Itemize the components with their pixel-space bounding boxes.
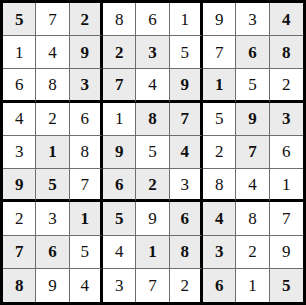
cell-r3c4[interactable]: 7 — [103, 69, 136, 102]
cell-r8c7[interactable]: 3 — [203, 236, 236, 269]
cell-r2c9[interactable]: 8 — [270, 36, 303, 69]
cell-r9c1[interactable]: 8 — [3, 269, 36, 302]
cell-r5c8[interactable]: 7 — [236, 136, 269, 169]
cell-r3c9[interactable]: 2 — [270, 69, 303, 102]
cell-r2c5[interactable]: 3 — [136, 36, 169, 69]
cell-r1c4[interactable]: 8 — [103, 3, 136, 36]
cell-r3c3[interactable]: 3 — [70, 69, 103, 102]
cell-r9c7[interactable]: 6 — [203, 269, 236, 302]
cell-r5c9[interactable]: 6 — [270, 136, 303, 169]
cell-r9c6[interactable]: 2 — [170, 269, 203, 302]
cell-r5c4[interactable]: 9 — [103, 136, 136, 169]
cell-r7c7[interactable]: 4 — [203, 202, 236, 235]
cell-r2c1[interactable]: 1 — [3, 36, 36, 69]
cell-r7c2[interactable]: 3 — [36, 202, 69, 235]
cell-r9c9[interactable]: 5 — [270, 269, 303, 302]
sudoku-board: 5728619341492357686837491524261875933189… — [0, 0, 306, 305]
cell-r3c8[interactable]: 5 — [236, 69, 269, 102]
cell-r4c7[interactable]: 5 — [203, 103, 236, 136]
cell-r5c1[interactable]: 3 — [3, 136, 36, 169]
cell-r1c9[interactable]: 4 — [270, 3, 303, 36]
cell-r8c6[interactable]: 8 — [170, 236, 203, 269]
cell-r7c1[interactable]: 2 — [3, 202, 36, 235]
cell-r6c5[interactable]: 2 — [136, 169, 169, 202]
cell-r7c5[interactable]: 9 — [136, 202, 169, 235]
cell-r4c4[interactable]: 1 — [103, 103, 136, 136]
cell-r1c5[interactable]: 6 — [136, 3, 169, 36]
cell-r1c6[interactable]: 1 — [170, 3, 203, 36]
cell-r3c1[interactable]: 6 — [3, 69, 36, 102]
cell-r5c7[interactable]: 2 — [203, 136, 236, 169]
cell-r2c3[interactable]: 9 — [70, 36, 103, 69]
cell-r7c4[interactable]: 5 — [103, 202, 136, 235]
cell-r7c8[interactable]: 8 — [236, 202, 269, 235]
cell-r6c6[interactable]: 3 — [170, 169, 203, 202]
cell-r1c8[interactable]: 3 — [236, 3, 269, 36]
cell-r3c2[interactable]: 8 — [36, 69, 69, 102]
cell-r8c1[interactable]: 7 — [3, 236, 36, 269]
cell-r7c9[interactable]: 7 — [270, 202, 303, 235]
cell-r2c8[interactable]: 6 — [236, 36, 269, 69]
cell-r8c9[interactable]: 9 — [270, 236, 303, 269]
cell-r8c2[interactable]: 6 — [36, 236, 69, 269]
cell-r8c5[interactable]: 1 — [136, 236, 169, 269]
cell-r6c1[interactable]: 9 — [3, 169, 36, 202]
cell-r5c3[interactable]: 8 — [70, 136, 103, 169]
cell-r4c9[interactable]: 3 — [270, 103, 303, 136]
cell-r1c2[interactable]: 7 — [36, 3, 69, 36]
cell-r8c4[interactable]: 4 — [103, 236, 136, 269]
cell-r7c6[interactable]: 6 — [170, 202, 203, 235]
cell-r6c7[interactable]: 8 — [203, 169, 236, 202]
cell-r4c6[interactable]: 7 — [170, 103, 203, 136]
cell-r4c2[interactable]: 2 — [36, 103, 69, 136]
cell-r1c1[interactable]: 5 — [3, 3, 36, 36]
cell-r6c8[interactable]: 4 — [236, 169, 269, 202]
cell-r2c4[interactable]: 2 — [103, 36, 136, 69]
cell-r9c8[interactable]: 1 — [236, 269, 269, 302]
cell-r8c8[interactable]: 2 — [236, 236, 269, 269]
cell-r4c3[interactable]: 6 — [70, 103, 103, 136]
cell-r6c2[interactable]: 5 — [36, 169, 69, 202]
cell-r4c1[interactable]: 4 — [3, 103, 36, 136]
cell-r4c5[interactable]: 8 — [136, 103, 169, 136]
cell-r2c7[interactable]: 7 — [203, 36, 236, 69]
cell-r9c5[interactable]: 7 — [136, 269, 169, 302]
cell-r9c2[interactable]: 9 — [36, 269, 69, 302]
cell-r2c6[interactable]: 5 — [170, 36, 203, 69]
cell-r2c2[interactable]: 4 — [36, 36, 69, 69]
cell-r3c6[interactable]: 9 — [170, 69, 203, 102]
cell-r1c7[interactable]: 9 — [203, 3, 236, 36]
cell-r9c4[interactable]: 3 — [103, 269, 136, 302]
cell-r9c3[interactable]: 4 — [70, 269, 103, 302]
cell-r3c5[interactable]: 4 — [136, 69, 169, 102]
cell-r4c8[interactable]: 9 — [236, 103, 269, 136]
cell-r6c9[interactable]: 1 — [270, 169, 303, 202]
cell-r7c3[interactable]: 1 — [70, 202, 103, 235]
cell-r1c3[interactable]: 2 — [70, 3, 103, 36]
cell-r3c7[interactable]: 1 — [203, 69, 236, 102]
cell-r6c4[interactable]: 6 — [103, 169, 136, 202]
cell-r5c2[interactable]: 1 — [36, 136, 69, 169]
cell-r5c5[interactable]: 5 — [136, 136, 169, 169]
cell-r6c3[interactable]: 7 — [70, 169, 103, 202]
cell-r5c6[interactable]: 4 — [170, 136, 203, 169]
cell-r8c3[interactable]: 5 — [70, 236, 103, 269]
